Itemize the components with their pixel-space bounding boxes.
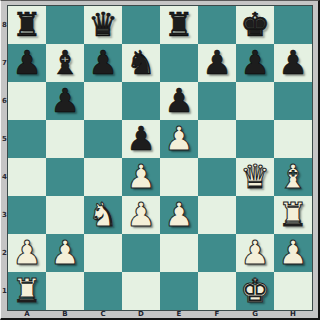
square-e4 [160, 158, 198, 196]
square-c4 [84, 158, 122, 196]
file-label-h: H [274, 310, 312, 319]
chess-diagram: 87654321 ♜♛♜♚♟♝♟♞♟♟♟♟♟♟♟♟♛♝♞♟♟♜♟♟♟♟♜♚ AB… [0, 0, 320, 320]
square-a2: ♟ [8, 234, 46, 272]
square-c1 [84, 272, 122, 310]
piece-white-pawn-a2: ♟ [12, 234, 42, 272]
piece-black-pawn-f7: ♟ [202, 44, 232, 82]
square-e1 [160, 272, 198, 310]
square-d7: ♞ [122, 44, 160, 82]
square-f8 [198, 6, 236, 44]
square-a8: ♜ [8, 6, 46, 44]
file-label-e: E [160, 310, 198, 319]
square-b5 [46, 120, 84, 158]
rank-label-5: 5 [1, 120, 8, 158]
piece-white-pawn-d4: ♟ [126, 158, 156, 196]
rank-label-8: 8 [1, 6, 8, 44]
square-b7: ♝ [46, 44, 84, 82]
square-e2 [160, 234, 198, 272]
square-d8 [122, 6, 160, 44]
rank-label-2: 2 [1, 234, 8, 272]
square-d4: ♟ [122, 158, 160, 196]
square-e8: ♜ [160, 6, 198, 44]
square-e7 [160, 44, 198, 82]
file-label-f: F [198, 310, 236, 319]
square-a4 [8, 158, 46, 196]
square-g8: ♚ [236, 6, 274, 44]
square-d2 [122, 234, 160, 272]
square-g5 [236, 120, 274, 158]
piece-white-pawn-b2: ♟ [50, 234, 80, 272]
square-d6 [122, 82, 160, 120]
square-f6 [198, 82, 236, 120]
square-g2: ♟ [236, 234, 274, 272]
square-h3: ♜ [274, 196, 312, 234]
file-label-b: B [46, 310, 84, 319]
piece-white-queen-g4: ♛ [240, 158, 270, 196]
square-f5 [198, 120, 236, 158]
square-h4: ♝ [274, 158, 312, 196]
square-a3 [8, 196, 46, 234]
piece-black-pawn-e6: ♟ [164, 82, 194, 120]
piece-black-rook-a8: ♜ [12, 6, 42, 44]
rank-label-1: 1 [1, 272, 8, 310]
square-d1 [122, 272, 160, 310]
file-label-g: G [236, 310, 274, 319]
square-c2 [84, 234, 122, 272]
square-b2: ♟ [46, 234, 84, 272]
square-b4 [46, 158, 84, 196]
square-d3: ♟ [122, 196, 160, 234]
square-a1: ♜ [8, 272, 46, 310]
piece-black-bishop-b7: ♝ [50, 44, 80, 82]
square-e3: ♟ [160, 196, 198, 234]
piece-black-queen-c8: ♛ [88, 6, 118, 44]
square-g3 [236, 196, 274, 234]
square-f7: ♟ [198, 44, 236, 82]
square-d5: ♟ [122, 120, 160, 158]
piece-black-pawn-a7: ♟ [12, 44, 42, 82]
rank-label-4: 4 [1, 158, 8, 196]
piece-black-king-g8: ♚ [240, 6, 270, 44]
square-h8 [274, 6, 312, 44]
square-f3 [198, 196, 236, 234]
square-h6 [274, 82, 312, 120]
piece-white-pawn-g2: ♟ [240, 234, 270, 272]
square-h7: ♟ [274, 44, 312, 82]
piece-white-pawn-h2: ♟ [278, 234, 308, 272]
square-f2 [198, 234, 236, 272]
square-h2: ♟ [274, 234, 312, 272]
piece-black-pawn-c7: ♟ [88, 44, 118, 82]
piece-black-pawn-h7: ♟ [278, 44, 308, 82]
rank-label-7: 7 [1, 44, 8, 82]
piece-black-pawn-g7: ♟ [240, 44, 270, 82]
piece-white-knight-c3: ♞ [88, 196, 118, 234]
square-f4 [198, 158, 236, 196]
piece-black-knight-d7: ♞ [126, 44, 156, 82]
piece-white-king-g1: ♚ [240, 272, 270, 310]
square-c6 [84, 82, 122, 120]
square-g1: ♚ [236, 272, 274, 310]
square-a5 [8, 120, 46, 158]
square-b6: ♟ [46, 82, 84, 120]
piece-white-pawn-e5: ♟ [164, 120, 194, 158]
rank-label-3: 3 [1, 196, 8, 234]
square-g4: ♛ [236, 158, 274, 196]
square-g7: ♟ [236, 44, 274, 82]
square-c5 [84, 120, 122, 158]
piece-black-pawn-d5: ♟ [126, 120, 156, 158]
square-f1 [198, 272, 236, 310]
square-a6 [8, 82, 46, 120]
piece-white-pawn-e3: ♟ [164, 196, 194, 234]
file-label-c: C [84, 310, 122, 319]
piece-white-rook-h3: ♜ [278, 196, 308, 234]
square-b1 [46, 272, 84, 310]
square-g6 [236, 82, 274, 120]
square-b3 [46, 196, 84, 234]
square-e5: ♟ [160, 120, 198, 158]
piece-white-pawn-d3: ♟ [126, 196, 156, 234]
square-c3: ♞ [84, 196, 122, 234]
square-h1 [274, 272, 312, 310]
piece-white-rook-a1: ♜ [12, 272, 42, 310]
rank-label-6: 6 [1, 82, 8, 120]
square-a7: ♟ [8, 44, 46, 82]
rank-labels: 87654321 [1, 6, 8, 310]
piece-black-pawn-b6: ♟ [50, 82, 80, 120]
file-labels: ABCDEFGH [8, 310, 312, 319]
square-c7: ♟ [84, 44, 122, 82]
square-e6: ♟ [160, 82, 198, 120]
square-h5 [274, 120, 312, 158]
piece-black-rook-e8: ♜ [164, 6, 194, 44]
piece-white-bishop-h4: ♝ [278, 158, 308, 196]
file-label-a: A [8, 310, 46, 319]
board: ♜♛♜♚♟♝♟♞♟♟♟♟♟♟♟♟♛♝♞♟♟♜♟♟♟♟♜♚ [8, 6, 312, 310]
square-c8: ♛ [84, 6, 122, 44]
square-b8 [46, 6, 84, 44]
file-label-d: D [122, 310, 160, 319]
